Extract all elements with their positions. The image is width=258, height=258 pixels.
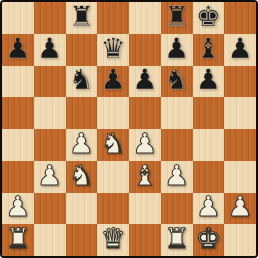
square-e5[interactable] <box>129 97 161 129</box>
square-c7[interactable] <box>66 34 98 66</box>
square-d1[interactable]: ♛ <box>97 224 129 256</box>
square-f4[interactable] <box>161 129 193 161</box>
square-c8[interactable]: ♜ <box>66 2 98 34</box>
square-h4[interactable] <box>224 129 256 161</box>
square-g5[interactable] <box>193 97 225 129</box>
square-f7[interactable]: ♟ <box>161 34 193 66</box>
square-c1[interactable] <box>66 224 98 256</box>
square-a1[interactable]: ♜ <box>2 224 34 256</box>
black-pawn[interactable]: ♟ <box>196 66 221 94</box>
square-c2[interactable] <box>66 193 98 225</box>
white-pawn[interactable]: ♟ <box>132 130 157 158</box>
square-e8[interactable] <box>129 2 161 34</box>
square-e3[interactable]: ♝ <box>129 161 161 193</box>
square-f8[interactable]: ♜ <box>161 2 193 34</box>
black-pawn[interactable]: ♟ <box>5 35 30 63</box>
black-king[interactable]: ♚ <box>196 3 221 31</box>
square-a8[interactable] <box>2 2 34 34</box>
white-king[interactable]: ♚ <box>196 225 221 253</box>
square-b5[interactable] <box>34 97 66 129</box>
square-g6[interactable]: ♟ <box>193 66 225 98</box>
black-pawn[interactable]: ♟ <box>132 66 157 94</box>
square-h5[interactable] <box>224 97 256 129</box>
black-knight[interactable]: ♞ <box>69 66 94 94</box>
black-pawn[interactable]: ♟ <box>101 66 126 94</box>
square-a2[interactable]: ♟ <box>2 193 34 225</box>
square-h7[interactable]: ♟ <box>224 34 256 66</box>
square-f2[interactable] <box>161 193 193 225</box>
square-b4[interactable] <box>34 129 66 161</box>
square-h1[interactable] <box>224 224 256 256</box>
white-rook[interactable]: ♜ <box>164 225 189 253</box>
square-a6[interactable] <box>2 66 34 98</box>
square-f5[interactable] <box>161 97 193 129</box>
square-g4[interactable] <box>193 129 225 161</box>
white-queen[interactable]: ♛ <box>101 225 126 253</box>
white-pawn[interactable]: ♟ <box>5 193 30 221</box>
white-bishop[interactable]: ♝ <box>132 162 157 190</box>
square-d6[interactable]: ♟ <box>97 66 129 98</box>
square-b6[interactable] <box>34 66 66 98</box>
square-e1[interactable] <box>129 224 161 256</box>
square-g8[interactable]: ♚ <box>193 2 225 34</box>
square-b7[interactable]: ♟ <box>34 34 66 66</box>
white-pawn[interactable]: ♟ <box>69 130 94 158</box>
square-e4[interactable]: ♟ <box>129 129 161 161</box>
black-pawn[interactable]: ♟ <box>37 35 62 63</box>
black-pawn[interactable]: ♟ <box>164 35 189 63</box>
square-d2[interactable] <box>97 193 129 225</box>
black-pawn[interactable]: ♟ <box>228 35 253 63</box>
square-b8[interactable] <box>34 2 66 34</box>
black-rook[interactable]: ♜ <box>69 3 94 31</box>
square-d5[interactable] <box>97 97 129 129</box>
square-c5[interactable] <box>66 97 98 129</box>
square-a5[interactable] <box>2 97 34 129</box>
board-frame: ♜♜♚♟♟♛♟♝♟♞♟♟♞♟♟♞♟♟♞♝♟♟♟♟♜♛♜♚ <box>0 0 258 258</box>
white-pawn[interactable]: ♟ <box>37 162 62 190</box>
square-a7[interactable]: ♟ <box>2 34 34 66</box>
square-d7[interactable]: ♛ <box>97 34 129 66</box>
square-e2[interactable] <box>129 193 161 225</box>
black-knight[interactable]: ♞ <box>164 66 189 94</box>
square-e7[interactable] <box>129 34 161 66</box>
square-b2[interactable] <box>34 193 66 225</box>
square-h3[interactable] <box>224 161 256 193</box>
square-c6[interactable]: ♞ <box>66 66 98 98</box>
square-c4[interactable]: ♟ <box>66 129 98 161</box>
square-d3[interactable] <box>97 161 129 193</box>
black-rook[interactable]: ♜ <box>164 3 189 31</box>
square-b3[interactable]: ♟ <box>34 161 66 193</box>
white-knight[interactable]: ♞ <box>101 130 126 158</box>
square-a3[interactable] <box>2 161 34 193</box>
square-d8[interactable] <box>97 2 129 34</box>
black-queen[interactable]: ♛ <box>101 35 126 63</box>
white-pawn[interactable]: ♟ <box>228 193 253 221</box>
square-h2[interactable]: ♟ <box>224 193 256 225</box>
square-d4[interactable]: ♞ <box>97 129 129 161</box>
square-b1[interactable] <box>34 224 66 256</box>
square-h8[interactable] <box>224 2 256 34</box>
black-bishop[interactable]: ♝ <box>196 35 221 63</box>
white-pawn[interactable]: ♟ <box>196 193 221 221</box>
square-g7[interactable]: ♝ <box>193 34 225 66</box>
square-e6[interactable]: ♟ <box>129 66 161 98</box>
square-a4[interactable] <box>2 129 34 161</box>
square-f1[interactable]: ♜ <box>161 224 193 256</box>
square-c3[interactable]: ♞ <box>66 161 98 193</box>
square-f3[interactable]: ♟ <box>161 161 193 193</box>
white-rook[interactable]: ♜ <box>5 225 30 253</box>
chess-board: ♜♜♚♟♟♛♟♝♟♞♟♟♞♟♟♞♟♟♞♝♟♟♟♟♜♛♜♚ <box>2 2 256 256</box>
white-pawn[interactable]: ♟ <box>164 162 189 190</box>
square-f6[interactable]: ♞ <box>161 66 193 98</box>
square-g3[interactable] <box>193 161 225 193</box>
square-h6[interactable] <box>224 66 256 98</box>
white-knight[interactable]: ♞ <box>69 162 94 190</box>
square-g2[interactable]: ♟ <box>193 193 225 225</box>
chess-board-screenshot: ♜♜♚♟♟♛♟♝♟♞♟♟♞♟♟♞♟♟♞♝♟♟♟♟♜♛♜♚ <box>0 0 258 258</box>
square-g1[interactable]: ♚ <box>193 224 225 256</box>
